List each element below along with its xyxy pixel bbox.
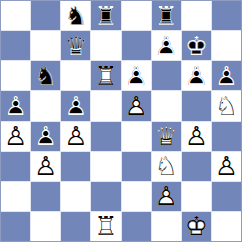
black-rook-outline-icon: ♖: [91, 1, 120, 30]
square-f4[interactable]: ♛♕: [152, 122, 181, 151]
square-h5[interactable]: ♞♘: [212, 91, 241, 120]
piece-black-pawn[interactable]: ♟♙: [182, 61, 211, 90]
piece-black-rook[interactable]: ♜♖: [91, 1, 120, 30]
square-e3[interactable]: [122, 152, 151, 181]
white-king-outline-icon: ♔: [182, 212, 211, 241]
white-rook-outline-icon: ♖: [91, 212, 120, 241]
square-d4[interactable]: [91, 122, 120, 151]
square-c7[interactable]: ♛♕: [61, 31, 90, 60]
square-e6[interactable]: ♟♙: [122, 61, 151, 90]
white-queen-icon: ♛: [152, 122, 181, 151]
black-knight-icon: ♞: [61, 1, 90, 30]
square-a8[interactable]: [1, 1, 30, 30]
white-pawn-outline-icon: ♙: [31, 152, 60, 181]
piece-black-pawn[interactable]: ♟♙: [212, 61, 241, 90]
square-a6[interactable]: [1, 61, 30, 90]
white-knight-icon: ♞: [212, 91, 241, 120]
square-b8[interactable]: [31, 1, 60, 30]
square-c5[interactable]: ♟♙: [61, 91, 90, 120]
square-c4[interactable]: ♟♙: [61, 122, 90, 151]
white-pawn-icon: ♟: [122, 91, 151, 120]
square-e4[interactable]: [122, 122, 151, 151]
square-d1[interactable]: ♜♖: [91, 212, 120, 241]
piece-white-pawn[interactable]: ♟♙: [61, 122, 90, 151]
piece-black-rook[interactable]: ♜♖: [152, 1, 181, 30]
square-f2[interactable]: ♟♙: [152, 182, 181, 211]
black-queen-outline-icon: ♕: [61, 31, 90, 60]
white-king-icon: ♚: [182, 212, 211, 241]
square-f8[interactable]: ♜♖: [152, 1, 181, 30]
white-pawn-outline-icon: ♙: [61, 122, 90, 151]
black-pawn-outline-icon: ♙: [31, 122, 60, 151]
square-f1[interactable]: [152, 212, 181, 241]
white-rook-icon: ♜: [91, 212, 120, 241]
square-h6[interactable]: ♟♙: [212, 61, 241, 90]
black-pawn-icon: ♟: [61, 91, 90, 120]
square-a4[interactable]: ♟♙: [1, 122, 30, 151]
black-knight-outline-icon: ♘: [61, 1, 90, 30]
piece-white-pawn[interactable]: ♟♙: [212, 152, 241, 181]
black-pawn-icon: ♟: [122, 61, 151, 90]
square-f3[interactable]: ♞♘: [152, 152, 181, 181]
white-pawn-outline-icon: ♙: [122, 91, 151, 120]
piece-black-pawn[interactable]: ♟♙: [1, 91, 30, 120]
square-h1[interactable]: [212, 212, 241, 241]
piece-black-pawn[interactable]: ♟♙: [61, 91, 90, 120]
piece-white-knight[interactable]: ♞♘: [212, 91, 241, 120]
square-a1[interactable]: [1, 212, 30, 241]
square-b1[interactable]: [31, 212, 60, 241]
piece-white-pawn[interactable]: ♟♙: [182, 122, 211, 151]
white-pawn-outline-icon: ♙: [1, 122, 30, 151]
black-pawn-outline-icon: ♙: [152, 31, 181, 60]
square-c1[interactable]: [61, 212, 90, 241]
square-g6[interactable]: ♟♙: [182, 61, 211, 90]
black-queen-icon: ♛: [61, 31, 90, 60]
piece-black-knight[interactable]: ♞♘: [31, 61, 60, 90]
square-b2[interactable]: [31, 182, 60, 211]
square-d8[interactable]: ♜♖: [91, 1, 120, 30]
white-pawn-icon: ♟: [31, 152, 60, 181]
square-g5[interactable]: [182, 91, 211, 120]
square-h7[interactable]: [212, 31, 241, 60]
black-pawn-outline-icon: ♙: [1, 91, 30, 120]
piece-white-pawn[interactable]: ♟♙: [31, 152, 60, 181]
piece-black-knight[interactable]: ♞♘: [61, 1, 90, 30]
piece-black-king[interactable]: ♚♔: [182, 31, 211, 60]
piece-white-pawn[interactable]: ♟♙: [122, 91, 151, 120]
piece-white-pawn[interactable]: ♟♙: [1, 122, 30, 151]
square-d3[interactable]: [91, 152, 120, 181]
square-b4[interactable]: ♟♙: [31, 122, 60, 151]
square-d6[interactable]: ♜♖: [91, 61, 120, 90]
piece-black-pawn[interactable]: ♟♙: [152, 31, 181, 60]
piece-black-pawn[interactable]: ♟♙: [122, 61, 151, 90]
piece-black-pawn[interactable]: ♟♙: [31, 122, 60, 151]
square-a3[interactable]: [1, 152, 30, 181]
square-g1[interactable]: ♚♔: [182, 212, 211, 241]
white-pawn-outline-icon: ♙: [212, 152, 241, 181]
black-pawn-icon: ♟: [152, 31, 181, 60]
square-c2[interactable]: [61, 182, 90, 211]
square-a2[interactable]: [1, 182, 30, 211]
square-e8[interactable]: [122, 1, 151, 30]
white-pawn-outline-icon: ♙: [182, 122, 211, 151]
black-knight-outline-icon: ♘: [31, 61, 60, 90]
square-d7[interactable]: [91, 31, 120, 60]
square-c8[interactable]: ♞♘: [61, 1, 90, 30]
square-h3[interactable]: ♟♙: [212, 152, 241, 181]
black-pawn-outline-icon: ♙: [182, 61, 211, 90]
square-a7[interactable]: [1, 31, 30, 60]
white-rook-outline-icon: ♖: [91, 61, 120, 90]
square-e1[interactable]: [122, 212, 151, 241]
square-g8[interactable]: [182, 1, 211, 30]
black-pawn-outline-icon: ♙: [61, 91, 90, 120]
white-pawn-outline-icon: ♙: [152, 182, 181, 211]
white-pawn-icon: ♟: [212, 152, 241, 181]
black-knight-icon: ♞: [31, 61, 60, 90]
white-pawn-icon: ♟: [61, 122, 90, 151]
black-rook-icon: ♜: [152, 1, 181, 30]
square-g2[interactable]: [182, 182, 211, 211]
white-knight-outline-icon: ♘: [212, 91, 241, 120]
square-d5[interactable]: [91, 91, 120, 120]
square-f7[interactable]: ♟♙: [152, 31, 181, 60]
white-knight-outline-icon: ♘: [152, 152, 181, 181]
piece-white-pawn[interactable]: ♟♙: [152, 182, 181, 211]
square-c3[interactable]: [61, 152, 90, 181]
piece-black-queen[interactable]: ♛♕: [61, 31, 90, 60]
square-h8[interactable]: [212, 1, 241, 30]
square-e7[interactable]: [122, 31, 151, 60]
square-a5[interactable]: ♟♙: [1, 91, 30, 120]
white-pawn-icon: ♟: [182, 122, 211, 151]
black-pawn-outline-icon: ♙: [212, 61, 241, 90]
square-d2[interactable]: [91, 182, 120, 211]
chess-board: ♞♘♜♖♜♖♛♕♟♙♚♔♞♘♜♖♟♙♟♙♟♙♟♙♟♙♟♙♞♘♟♙♟♙♟♙♛♕♟♙…: [0, 0, 242, 242]
black-pawn-icon: ♟: [31, 122, 60, 151]
white-pawn-icon: ♟: [152, 182, 181, 211]
black-pawn-outline-icon: ♙: [122, 61, 151, 90]
piece-white-rook[interactable]: ♜♖: [91, 61, 120, 90]
square-e5[interactable]: ♟♙: [122, 91, 151, 120]
square-h2[interactable]: [212, 182, 241, 211]
piece-white-knight[interactable]: ♞♘: [152, 152, 181, 181]
black-pawn-icon: ♟: [212, 61, 241, 90]
piece-white-queen[interactable]: ♛♕: [152, 122, 181, 151]
black-pawn-icon: ♟: [182, 61, 211, 90]
black-king-icon: ♚: [182, 31, 211, 60]
white-rook-icon: ♜: [91, 61, 120, 90]
white-queen-outline-icon: ♕: [152, 122, 181, 151]
black-pawn-icon: ♟: [1, 91, 30, 120]
black-king-outline-icon: ♔: [182, 31, 211, 60]
square-b6[interactable]: ♞♘: [31, 61, 60, 90]
square-b3[interactable]: ♟♙: [31, 152, 60, 181]
square-f6[interactable]: [152, 61, 181, 90]
square-c6[interactable]: [61, 61, 90, 90]
white-pawn-icon: ♟: [1, 122, 30, 151]
square-g3[interactable]: [182, 152, 211, 181]
square-b7[interactable]: [31, 31, 60, 60]
square-b5[interactable]: [31, 91, 60, 120]
square-g4[interactable]: ♟♙: [182, 122, 211, 151]
white-knight-icon: ♞: [152, 152, 181, 181]
square-e2[interactable]: [122, 182, 151, 211]
piece-white-rook[interactable]: ♜♖: [91, 212, 120, 241]
square-h4[interactable]: [212, 122, 241, 151]
square-f5[interactable]: [152, 91, 181, 120]
black-rook-outline-icon: ♖: [152, 1, 181, 30]
piece-white-king[interactable]: ♚♔: [182, 212, 211, 241]
black-rook-icon: ♜: [91, 1, 120, 30]
square-g7[interactable]: ♚♔: [182, 31, 211, 60]
